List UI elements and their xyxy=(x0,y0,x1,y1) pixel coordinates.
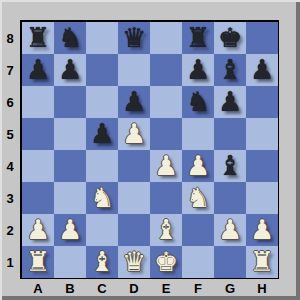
black-bishop-g4[interactable]: ♝ xyxy=(218,150,242,182)
black-pawn-d6[interactable]: ♟ xyxy=(122,86,146,118)
board: ♜♞♛♜♚♟♟♟♝♟♟♞♟♟♟♟♟♝♞♞♟♟♝♟♟♜♝♛♚♜ xyxy=(20,20,279,279)
white-pawn-f4[interactable]: ♟ xyxy=(186,150,210,182)
square-a4[interactable] xyxy=(22,150,54,182)
file-label-b: B xyxy=(54,279,86,297)
rank-label-6: 6 xyxy=(0,86,20,118)
white-king-e1[interactable]: ♚ xyxy=(154,246,178,278)
white-bishop-e2[interactable]: ♝ xyxy=(154,214,178,246)
rank-labels: 87654321 xyxy=(0,22,20,278)
square-a8[interactable]: ♜ xyxy=(22,22,54,54)
black-king-g8[interactable]: ♚ xyxy=(218,22,242,54)
rank-label-8: 8 xyxy=(0,22,20,54)
file-label-g: G xyxy=(214,279,246,297)
square-d3[interactable] xyxy=(118,182,150,214)
square-d7[interactable] xyxy=(118,54,150,86)
square-g3[interactable] xyxy=(214,182,246,214)
square-c3[interactable]: ♞ xyxy=(86,182,118,214)
file-label-f: F xyxy=(182,279,214,297)
file-label-d: D xyxy=(118,279,150,297)
white-knight-f3[interactable]: ♞ xyxy=(186,182,210,214)
rank-label-5: 5 xyxy=(0,118,20,150)
square-h4[interactable] xyxy=(246,150,278,182)
square-g2[interactable]: ♟ xyxy=(214,214,246,246)
square-b4[interactable] xyxy=(54,150,86,182)
white-pawn-e4[interactable]: ♟ xyxy=(154,150,178,182)
black-bishop-g7[interactable]: ♝ xyxy=(218,54,242,86)
square-e3[interactable] xyxy=(150,182,182,214)
square-e7[interactable] xyxy=(150,54,182,86)
square-b7[interactable]: ♟ xyxy=(54,54,86,86)
square-f4[interactable]: ♟ xyxy=(182,150,214,182)
file-label-a: A xyxy=(22,279,54,297)
square-h2[interactable]: ♟ xyxy=(246,214,278,246)
square-e5[interactable] xyxy=(150,118,182,150)
square-f3[interactable]: ♞ xyxy=(182,182,214,214)
square-h5[interactable] xyxy=(246,118,278,150)
black-pawn-b7[interactable]: ♟ xyxy=(58,54,82,86)
square-d2[interactable] xyxy=(118,214,150,246)
square-e8[interactable] xyxy=(150,22,182,54)
file-label-c: C xyxy=(86,279,118,297)
square-d6[interactable]: ♟ xyxy=(118,86,150,118)
white-rook-h1[interactable]: ♜ xyxy=(250,246,274,278)
black-knight-b8[interactable]: ♞ xyxy=(58,22,82,54)
rank-label-3: 3 xyxy=(0,182,20,214)
white-pawn-d5[interactable]: ♟ xyxy=(122,118,146,150)
black-pawn-a7[interactable]: ♟ xyxy=(26,54,50,86)
square-g8[interactable]: ♚ xyxy=(214,22,246,54)
white-rook-a1[interactable]: ♜ xyxy=(26,246,50,278)
square-b6[interactable] xyxy=(54,86,86,118)
square-b2[interactable]: ♟ xyxy=(54,214,86,246)
black-pawn-c5[interactable]: ♟ xyxy=(90,118,114,150)
file-labels: ABCDEFGH xyxy=(22,279,279,297)
square-e2[interactable]: ♝ xyxy=(150,214,182,246)
square-d5[interactable]: ♟ xyxy=(118,118,150,150)
black-pawn-g6[interactable]: ♟ xyxy=(218,86,242,118)
black-queen-d8[interactable]: ♛ xyxy=(122,22,146,54)
square-c5[interactable]: ♟ xyxy=(86,118,118,150)
square-g4[interactable]: ♝ xyxy=(214,150,246,182)
square-h6[interactable] xyxy=(246,86,278,118)
square-b3[interactable] xyxy=(54,182,86,214)
black-pawn-h7[interactable]: ♟ xyxy=(250,54,274,86)
square-d1[interactable]: ♛ xyxy=(118,246,150,278)
square-c6[interactable] xyxy=(86,86,118,118)
square-f5[interactable] xyxy=(182,118,214,150)
square-a5[interactable] xyxy=(22,118,54,150)
square-g1[interactable] xyxy=(214,246,246,278)
square-a1[interactable]: ♜ xyxy=(22,246,54,278)
square-c8[interactable] xyxy=(86,22,118,54)
rank-label-7: 7 xyxy=(0,54,20,86)
square-a3[interactable] xyxy=(22,182,54,214)
square-e6[interactable] xyxy=(150,86,182,118)
white-queen-d1[interactable]: ♛ xyxy=(122,246,146,278)
square-h3[interactable] xyxy=(246,182,278,214)
rank-label-4: 4 xyxy=(0,150,20,182)
square-f2[interactable] xyxy=(182,214,214,246)
square-d8[interactable]: ♛ xyxy=(118,22,150,54)
square-e1[interactable]: ♚ xyxy=(150,246,182,278)
square-f8[interactable]: ♜ xyxy=(182,22,214,54)
square-c7[interactable] xyxy=(86,54,118,86)
square-c2[interactable] xyxy=(86,214,118,246)
black-pawn-f7[interactable]: ♟ xyxy=(186,54,210,86)
file-label-e: E xyxy=(150,279,182,297)
square-h8[interactable] xyxy=(246,22,278,54)
white-bishop-c1[interactable]: ♝ xyxy=(90,246,114,278)
black-rook-a8[interactable]: ♜ xyxy=(26,22,50,54)
white-pawn-g2[interactable]: ♟ xyxy=(218,214,242,246)
chess-diagram: ♜♞♛♜♚♟♟♟♝♟♟♞♟♟♟♟♟♝♞♞♟♟♝♟♟♜♝♛♚♜ 87654321 … xyxy=(0,0,300,300)
black-rook-f8[interactable]: ♜ xyxy=(186,22,210,54)
file-label-h: H xyxy=(246,279,278,297)
square-b1[interactable] xyxy=(54,246,86,278)
square-b5[interactable] xyxy=(54,118,86,150)
square-g6[interactable]: ♟ xyxy=(214,86,246,118)
square-d4[interactable] xyxy=(118,150,150,182)
square-f7[interactable]: ♟ xyxy=(182,54,214,86)
white-pawn-a2[interactable]: ♟ xyxy=(26,214,50,246)
square-g5[interactable] xyxy=(214,118,246,150)
square-a6[interactable] xyxy=(22,86,54,118)
black-knight-f6[interactable]: ♞ xyxy=(186,86,210,118)
square-a7[interactable]: ♟ xyxy=(22,54,54,86)
square-h7[interactable]: ♟ xyxy=(246,54,278,86)
square-f6[interactable]: ♞ xyxy=(182,86,214,118)
square-g7[interactable]: ♝ xyxy=(214,54,246,86)
square-a2[interactable]: ♟ xyxy=(22,214,54,246)
square-c4[interactable] xyxy=(86,150,118,182)
square-f1[interactable] xyxy=(182,246,214,278)
white-pawn-h2[interactable]: ♟ xyxy=(250,214,274,246)
rank-label-1: 1 xyxy=(0,246,20,278)
white-knight-c3[interactable]: ♞ xyxy=(90,182,114,214)
square-b8[interactable]: ♞ xyxy=(54,22,86,54)
rank-label-2: 2 xyxy=(0,214,20,246)
square-h1[interactable]: ♜ xyxy=(246,246,278,278)
square-e4[interactable]: ♟ xyxy=(150,150,182,182)
white-pawn-b2[interactable]: ♟ xyxy=(58,214,82,246)
square-c1[interactable]: ♝ xyxy=(86,246,118,278)
